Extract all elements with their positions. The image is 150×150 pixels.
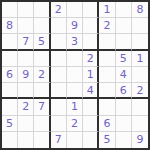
sudoku-cell-r3c2[interactable]: 7: [18, 34, 34, 50]
given-digit: 2: [71, 118, 78, 129]
sudoku-cell-r9c8[interactable]: [116, 132, 132, 148]
sudoku-cell-r8c1[interactable]: 5: [2, 116, 18, 132]
given-digit: 7: [22, 36, 29, 47]
sudoku-cell-r3c9[interactable]: [132, 34, 148, 50]
given-digit: 6: [6, 69, 13, 80]
sudoku-board: 21889275325169214462271526759: [0, 0, 150, 150]
sudoku-cell-r1c9[interactable]: 8: [132, 2, 148, 18]
sudoku-cell-r3c6[interactable]: [83, 34, 99, 50]
given-digit: 2: [103, 20, 110, 31]
given-digit: 9: [22, 69, 29, 80]
sudoku-cell-r4c9[interactable]: 1: [132, 51, 148, 67]
sudoku-cell-r6c9[interactable]: 2: [132, 83, 148, 99]
sudoku-cell-r4c7[interactable]: [99, 51, 115, 67]
given-digit: 6: [103, 118, 110, 129]
sudoku-cell-r4c3[interactable]: [34, 51, 50, 67]
sudoku-cell-r9c3[interactable]: [34, 132, 50, 148]
sudoku-cell-r2c5[interactable]: 9: [67, 18, 83, 34]
sudoku-cell-r8c6[interactable]: [83, 116, 99, 132]
given-digit: 8: [6, 20, 13, 31]
sudoku-cell-r9c7[interactable]: 5: [99, 132, 115, 148]
sudoku-cell-r5c6[interactable]: 1: [83, 67, 99, 83]
sudoku-cell-r2c8[interactable]: [116, 18, 132, 34]
sudoku-cell-r4c4[interactable]: [51, 51, 67, 67]
given-digit: 2: [22, 101, 29, 112]
sudoku-cell-r9c1[interactable]: [2, 132, 18, 148]
given-digit: 2: [38, 69, 45, 80]
sudoku-cell-r8c7[interactable]: 6: [99, 116, 115, 132]
sudoku-cell-r7c4[interactable]: [51, 99, 67, 115]
sudoku-cell-r3c8[interactable]: [116, 34, 132, 50]
sudoku-cell-r4c1[interactable]: [2, 51, 18, 67]
sudoku-cell-r8c5[interactable]: 2: [67, 116, 83, 132]
sudoku-cell-r6c3[interactable]: [34, 83, 50, 99]
sudoku-cell-r7c5[interactable]: 1: [67, 99, 83, 115]
given-digit: 1: [136, 53, 143, 64]
sudoku-cell-r5c1[interactable]: 6: [2, 67, 18, 83]
sudoku-cell-r1c6[interactable]: [83, 2, 99, 18]
sudoku-cell-r2c4[interactable]: [51, 18, 67, 34]
sudoku-cell-r9c2[interactable]: [18, 132, 34, 148]
sudoku-cell-r9c5[interactable]: [67, 132, 83, 148]
given-digit: 2: [136, 85, 143, 96]
sudoku-cell-r5c7[interactable]: [99, 67, 115, 83]
given-digit: 9: [136, 134, 143, 145]
given-digit: 7: [55, 134, 62, 145]
sudoku-cell-r3c4[interactable]: [51, 34, 67, 50]
sudoku-cell-r7c7[interactable]: [99, 99, 115, 115]
sudoku-cell-r7c1[interactable]: [2, 99, 18, 115]
given-digit: 1: [103, 4, 110, 15]
sudoku-cell-r1c4[interactable]: 2: [51, 2, 67, 18]
sudoku-cell-r6c5[interactable]: [67, 83, 83, 99]
sudoku-cell-r1c7[interactable]: 1: [99, 2, 115, 18]
sudoku-cell-r2c1[interactable]: 8: [2, 18, 18, 34]
given-digit: 5: [103, 134, 110, 145]
sudoku-cell-r6c2[interactable]: [18, 83, 34, 99]
sudoku-cell-r8c3[interactable]: [34, 116, 50, 132]
given-digit: 5: [38, 36, 45, 47]
sudoku-cell-r6c4[interactable]: [51, 83, 67, 99]
given-digit: 5: [120, 53, 127, 64]
sudoku-cell-r2c2[interactable]: [18, 18, 34, 34]
sudoku-cell-r3c3[interactable]: 5: [34, 34, 50, 50]
sudoku-cell-r1c8[interactable]: [116, 2, 132, 18]
sudoku-cell-r6c7[interactable]: [99, 83, 115, 99]
sudoku-cell-r2c6[interactable]: [83, 18, 99, 34]
sudoku-cell-r1c3[interactable]: [34, 2, 50, 18]
sudoku-cell-r4c2[interactable]: [18, 51, 34, 67]
given-digit: 8: [136, 4, 143, 15]
sudoku-cell-r7c6[interactable]: [83, 99, 99, 115]
sudoku-cell-r8c2[interactable]: [18, 116, 34, 132]
sudoku-cell-r8c4[interactable]: [51, 116, 67, 132]
given-digit: 4: [120, 69, 127, 80]
sudoku-cell-r5c4[interactable]: [51, 67, 67, 83]
sudoku-cell-r3c5[interactable]: 3: [67, 34, 83, 50]
sudoku-cell-r9c6[interactable]: [83, 132, 99, 148]
sudoku-cell-r6c8[interactable]: 6: [116, 83, 132, 99]
sudoku-cell-r7c9[interactable]: [132, 99, 148, 115]
sudoku-cell-r7c2[interactable]: 2: [18, 99, 34, 115]
sudoku-cell-r9c4[interactable]: 7: [51, 132, 67, 148]
sudoku-cell-r2c7[interactable]: 2: [99, 18, 115, 34]
sudoku-cell-r1c1[interactable]: [2, 2, 18, 18]
sudoku-cell-r7c8[interactable]: [116, 99, 132, 115]
sudoku-cell-r3c7[interactable]: [99, 34, 115, 50]
sudoku-cell-r6c1[interactable]: [2, 83, 18, 99]
given-digit: 2: [55, 4, 62, 15]
sudoku-cell-r7c3[interactable]: 7: [34, 99, 50, 115]
sudoku-cell-r5c5[interactable]: [67, 67, 83, 83]
given-digit: 7: [38, 101, 45, 112]
sudoku-cell-r1c2[interactable]: [18, 2, 34, 18]
given-digit: 6: [120, 85, 127, 96]
sudoku-cell-r1c5[interactable]: [67, 2, 83, 18]
sudoku-cell-r6c6[interactable]: 4: [83, 83, 99, 99]
sudoku-cell-r2c3[interactable]: [34, 18, 50, 34]
sudoku-cell-r9c9[interactable]: 9: [132, 132, 148, 148]
sudoku-cell-r4c5[interactable]: [67, 51, 83, 67]
sudoku-cell-r4c6[interactable]: 2: [83, 51, 99, 67]
sudoku-cell-r3c1[interactable]: [2, 34, 18, 50]
given-digit: 5: [6, 118, 13, 129]
given-digit: 2: [87, 53, 94, 64]
given-digit: 1: [87, 69, 94, 80]
sudoku-cell-r8c8[interactable]: [116, 116, 132, 132]
given-digit: 1: [71, 101, 78, 112]
sudoku-cell-r5c3[interactable]: 2: [34, 67, 50, 83]
given-digit: 3: [71, 36, 78, 47]
given-digit: 9: [71, 20, 78, 31]
given-digit: 4: [87, 85, 94, 96]
sudoku-cell-r5c2[interactable]: 9: [18, 67, 34, 83]
sudoku-cell-r4c8[interactable]: 5: [116, 51, 132, 67]
sudoku-cell-r5c9[interactable]: [132, 67, 148, 83]
sudoku-cell-r2c9[interactable]: [132, 18, 148, 34]
sudoku-cell-r5c8[interactable]: 4: [116, 67, 132, 83]
sudoku-cell-r8c9[interactable]: [132, 116, 148, 132]
